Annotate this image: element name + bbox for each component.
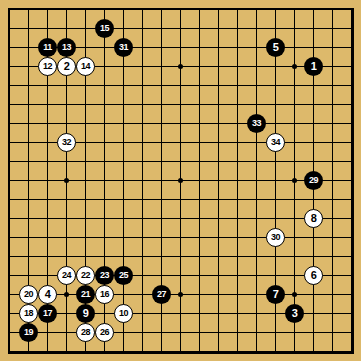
stone-white-22: 22	[76, 266, 95, 285]
stone-black-33: 33	[247, 114, 266, 133]
stone-white-2: 2	[57, 57, 76, 76]
stone-move-number: 30	[271, 233, 280, 242]
stone-move-number: 14	[81, 62, 90, 71]
stone-move-number: 27	[157, 290, 166, 299]
stone-move-number: 17	[43, 309, 52, 318]
stone-move-number: 18	[24, 309, 33, 318]
stone-white-34: 34	[266, 133, 285, 152]
stone-black-29: 29	[304, 171, 323, 190]
stone-move-number: 6	[311, 270, 317, 281]
stone-white-8: 8	[304, 209, 323, 228]
star-point	[292, 178, 297, 183]
star-point	[292, 64, 297, 69]
stone-black-21: 21	[76, 285, 95, 304]
stone-move-number: 34	[271, 138, 280, 147]
stone-move-number: 5	[273, 42, 279, 53]
stone-white-4: 4	[38, 285, 57, 304]
stone-black-27: 27	[152, 285, 171, 304]
stone-white-30: 30	[266, 228, 285, 247]
stone-move-number: 1	[311, 61, 317, 72]
stone-black-11: 11	[38, 38, 57, 57]
stone-black-7: 7	[266, 285, 285, 304]
stone-white-20: 20	[19, 285, 38, 304]
stone-black-1: 1	[304, 57, 323, 76]
stone-move-number: 25	[119, 271, 128, 280]
stone-move-number: 33	[252, 119, 261, 128]
stone-move-number: 22	[81, 271, 90, 280]
stone-move-number: 15	[100, 24, 109, 33]
star-point	[64, 178, 69, 183]
stone-black-5: 5	[266, 38, 285, 57]
stone-white-18: 18	[19, 304, 38, 323]
stone-move-number: 16	[100, 290, 109, 299]
stone-move-number: 20	[24, 290, 33, 299]
stone-move-number: 19	[24, 328, 33, 337]
stone-move-number: 4	[45, 289, 51, 300]
stone-white-24: 24	[57, 266, 76, 285]
stone-white-14: 14	[76, 57, 95, 76]
stone-move-number: 7	[273, 289, 279, 300]
stone-move-number: 10	[119, 309, 128, 318]
stone-move-number: 21	[81, 290, 90, 299]
stone-move-number: 28	[81, 328, 90, 337]
stone-move-number: 13	[62, 43, 71, 52]
stone-move-number: 24	[62, 271, 71, 280]
stone-white-26: 26	[95, 323, 114, 342]
stone-black-25: 25	[114, 266, 133, 285]
stone-move-number: 11	[43, 43, 52, 52]
stone-black-13: 13	[57, 38, 76, 57]
star-point	[178, 64, 183, 69]
go-board[interactable]: 1234567891011121314151617181920212223242…	[0, 0, 361, 361]
stone-move-number: 3	[292, 308, 298, 319]
stone-move-number: 26	[100, 328, 109, 337]
stone-move-number: 12	[43, 62, 52, 71]
stone-black-9: 9	[76, 304, 95, 323]
stone-black-15: 15	[95, 19, 114, 38]
stone-move-number: 8	[311, 213, 317, 224]
stone-move-number: 2	[64, 61, 70, 72]
stone-black-23: 23	[95, 266, 114, 285]
stone-black-3: 3	[285, 304, 304, 323]
stone-black-31: 31	[114, 38, 133, 57]
go-diagram: 1234567891011121314151617181920212223242…	[0, 0, 361, 361]
stone-move-number: 31	[119, 43, 128, 52]
stone-move-number: 23	[100, 271, 109, 280]
star-point	[292, 292, 297, 297]
star-point	[178, 292, 183, 297]
stone-white-28: 28	[76, 323, 95, 342]
stone-white-16: 16	[95, 285, 114, 304]
stone-white-10: 10	[114, 304, 133, 323]
stone-move-number: 29	[309, 176, 318, 185]
star-point	[64, 292, 69, 297]
stone-move-number: 32	[62, 138, 71, 147]
stone-black-17: 17	[38, 304, 57, 323]
stone-black-19: 19	[19, 323, 38, 342]
stone-move-number: 9	[83, 308, 89, 319]
stone-white-6: 6	[304, 266, 323, 285]
stone-white-32: 32	[57, 133, 76, 152]
star-point	[178, 178, 183, 183]
stone-white-12: 12	[38, 57, 57, 76]
